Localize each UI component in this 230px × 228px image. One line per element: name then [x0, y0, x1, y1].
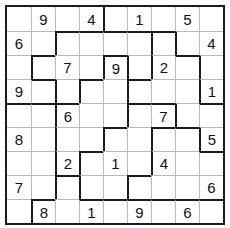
cell-r8c2[interactable]: [31, 175, 55, 199]
cell-r4c3[interactable]: [55, 79, 79, 103]
cell-r8c3[interactable]: [55, 175, 79, 199]
cell-r5c8[interactable]: [175, 103, 199, 127]
cell-r1c4[interactable]: 4: [79, 7, 103, 31]
cell-r4c6[interactable]: [127, 79, 151, 103]
cell-r2c9[interactable]: 4: [199, 31, 223, 55]
cell-r4c1[interactable]: 9: [7, 79, 31, 103]
cell-r4c8[interactable]: [175, 79, 199, 103]
cell-r7c8[interactable]: [175, 151, 199, 175]
cell-r3c1[interactable]: [7, 55, 31, 79]
cell-r7c9[interactable]: [199, 151, 223, 175]
cell-r4c4[interactable]: [79, 79, 103, 103]
cell-r4c7[interactable]: [151, 79, 175, 103]
cell-r2c4[interactable]: [79, 31, 103, 55]
cell-r9c6[interactable]: 9: [127, 199, 151, 223]
cell-r7c5[interactable]: 1: [103, 151, 127, 175]
cell-r7c3[interactable]: 2: [55, 151, 79, 175]
cell-r2c5[interactable]: [103, 31, 127, 55]
cell-r3c2[interactable]: [31, 55, 55, 79]
cell-r1c2[interactable]: 9: [31, 7, 55, 31]
puzzle-screenshot: 941564792916785214768196: [0, 0, 230, 228]
cell-r5c3[interactable]: 6: [55, 103, 79, 127]
cell-r8c7[interactable]: [151, 175, 175, 199]
cell-r5c9[interactable]: [199, 103, 223, 127]
cell-r3c9[interactable]: [199, 55, 223, 79]
cell-r1c3[interactable]: [55, 7, 79, 31]
cell-r9c7[interactable]: [151, 199, 175, 223]
cell-r9c9[interactable]: [199, 199, 223, 223]
cell-r5c7[interactable]: 7: [151, 103, 175, 127]
cell-r6c8[interactable]: [175, 127, 199, 151]
cell-r1c7[interactable]: [151, 7, 175, 31]
cell-r6c7[interactable]: [151, 127, 175, 151]
cell-r4c5[interactable]: [103, 79, 127, 103]
cell-r3c8[interactable]: [175, 55, 199, 79]
cell-r6c9[interactable]: 5: [199, 127, 223, 151]
cell-r7c6[interactable]: [127, 151, 151, 175]
cell-r1c8[interactable]: 5: [175, 7, 199, 31]
cell-r5c4[interactable]: [79, 103, 103, 127]
cell-r1c9[interactable]: [199, 7, 223, 31]
cell-r8c4[interactable]: [79, 175, 103, 199]
cell-r6c4[interactable]: [79, 127, 103, 151]
cell-r2c2[interactable]: [31, 31, 55, 55]
cell-r9c3[interactable]: [55, 199, 79, 223]
cell-r3c6[interactable]: [127, 55, 151, 79]
cell-r9c1[interactable]: [7, 199, 31, 223]
cell-r5c6[interactable]: [127, 103, 151, 127]
cell-r4c2[interactable]: [31, 79, 55, 103]
cell-r6c1[interactable]: 8: [7, 127, 31, 151]
cell-r9c8[interactable]: 6: [175, 199, 199, 223]
cell-r7c2[interactable]: [31, 151, 55, 175]
cell-r2c1[interactable]: 6: [7, 31, 31, 55]
cell-r1c5[interactable]: [103, 7, 127, 31]
cell-r8c1[interactable]: 7: [7, 175, 31, 199]
cell-r2c3[interactable]: [55, 31, 79, 55]
cell-r7c1[interactable]: [7, 151, 31, 175]
cell-r9c5[interactable]: [103, 199, 127, 223]
cell-r8c5[interactable]: [103, 175, 127, 199]
sudoku-board: 941564792916785214768196: [5, 5, 225, 225]
cell-r6c3[interactable]: [55, 127, 79, 151]
cell-r3c5[interactable]: 9: [103, 55, 127, 79]
cell-r8c8[interactable]: [175, 175, 199, 199]
cell-r8c9[interactable]: 6: [199, 175, 223, 199]
cell-r2c8[interactable]: [175, 31, 199, 55]
cell-r6c2[interactable]: [31, 127, 55, 151]
cell-r6c6[interactable]: [127, 127, 151, 151]
cell-r7c4[interactable]: [79, 151, 103, 175]
cell-r2c6[interactable]: [127, 31, 151, 55]
cell-r3c3[interactable]: 7: [55, 55, 79, 79]
cell-r9c2[interactable]: 8: [31, 199, 55, 223]
cell-r9c4[interactable]: 1: [79, 199, 103, 223]
cell-r3c7[interactable]: 2: [151, 55, 175, 79]
cell-r7c7[interactable]: 4: [151, 151, 175, 175]
cell-r6c5[interactable]: [103, 127, 127, 151]
cell-r5c2[interactable]: [31, 103, 55, 127]
cell-r2c7[interactable]: [151, 31, 175, 55]
cell-r3c4[interactable]: [79, 55, 103, 79]
cell-r4c9[interactable]: 1: [199, 79, 223, 103]
cell-r1c6[interactable]: 1: [127, 7, 151, 31]
cell-r1c1[interactable]: [7, 7, 31, 31]
cell-r8c6[interactable]: [127, 175, 151, 199]
cell-r5c5[interactable]: [103, 103, 127, 127]
cell-r5c1[interactable]: [7, 103, 31, 127]
